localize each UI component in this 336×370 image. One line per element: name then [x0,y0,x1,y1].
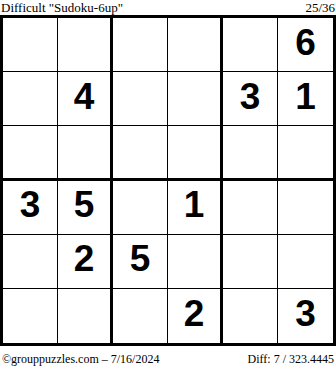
cell-r2c1-empty[interactable] [3,72,58,126]
cell-r2c5-given: 3 [223,72,278,126]
given-digit: 1 [184,184,205,226]
difficulty-text: Diff: 7 / 323.4445 [248,353,334,366]
cell-r4c3-empty[interactable] [113,181,168,235]
cell-r4c4-given: 1 [168,181,223,235]
cell-r4c6-empty[interactable] [278,181,333,235]
cell-r5c1-empty[interactable] [3,235,58,289]
cell-r6c2-empty[interactable] [58,289,113,343]
given-digit: 3 [20,184,41,226]
cell-r1c1-empty[interactable] [3,18,58,72]
cell-r3c6-empty[interactable] [278,126,333,180]
cell-r1c5-empty[interactable] [223,18,278,72]
given-digit: 1 [295,76,316,118]
cell-r2c6-given: 1 [278,72,333,126]
cell-r1c3-empty[interactable] [113,18,168,72]
puzzle-title: Difficult "Sudoku-6up" [1,1,123,15]
cell-r2c4-empty[interactable] [168,72,223,126]
cell-r3c3-empty[interactable] [113,126,168,180]
cell-r5c4-empty[interactable] [168,235,223,289]
cell-r6c3-empty[interactable] [113,289,168,343]
sudoku-board: 64313512523 [0,15,336,346]
cell-r4c2-given: 5 [58,181,113,235]
given-digit: 3 [240,76,261,118]
header: Difficult "Sudoku-6up" 25/36 [0,0,336,15]
cell-r3c5-empty[interactable] [223,126,278,180]
given-digit: 2 [74,238,95,280]
cell-r4c5-empty[interactable] [223,181,278,235]
cell-r1c6-given: 6 [278,18,333,72]
given-digit: 3 [295,293,316,335]
given-digit: 4 [74,76,95,118]
given-digit: 6 [295,22,316,64]
cell-r6c4-given: 2 [168,289,223,343]
cell-r2c2-given: 4 [58,72,113,126]
given-digit: 2 [184,293,205,335]
cell-r3c4-empty[interactable] [168,126,223,180]
footer: ©grouppuzzles.com – 7/16/2024 Diff: 7 / … [0,346,336,370]
cell-r6c6-given: 3 [278,289,333,343]
cell-r5c3-given: 5 [113,235,168,289]
cell-r1c4-empty[interactable] [168,18,223,72]
cell-r6c1-empty[interactable] [3,289,58,343]
cell-r1c2-empty[interactable] [58,18,113,72]
given-digit: 5 [74,184,95,226]
cell-r3c1-empty[interactable] [3,126,58,180]
puzzle-page: Difficult "Sudoku-6up" 25/36 64313512523… [0,0,336,370]
cell-r3c2-empty[interactable] [58,126,113,180]
copyright-text: ©grouppuzzles.com – 7/16/2024 [2,353,159,366]
cell-r5c5-empty[interactable] [223,235,278,289]
cell-r6c5-empty[interactable] [223,289,278,343]
cell-r4c1-given: 3 [3,181,58,235]
cells-remaining-counter: 25/36 [305,1,335,15]
cell-r5c6-empty[interactable] [278,235,333,289]
cell-r5c2-given: 2 [58,235,113,289]
given-digit: 5 [130,238,151,280]
cell-r2c3-empty[interactable] [113,72,168,126]
